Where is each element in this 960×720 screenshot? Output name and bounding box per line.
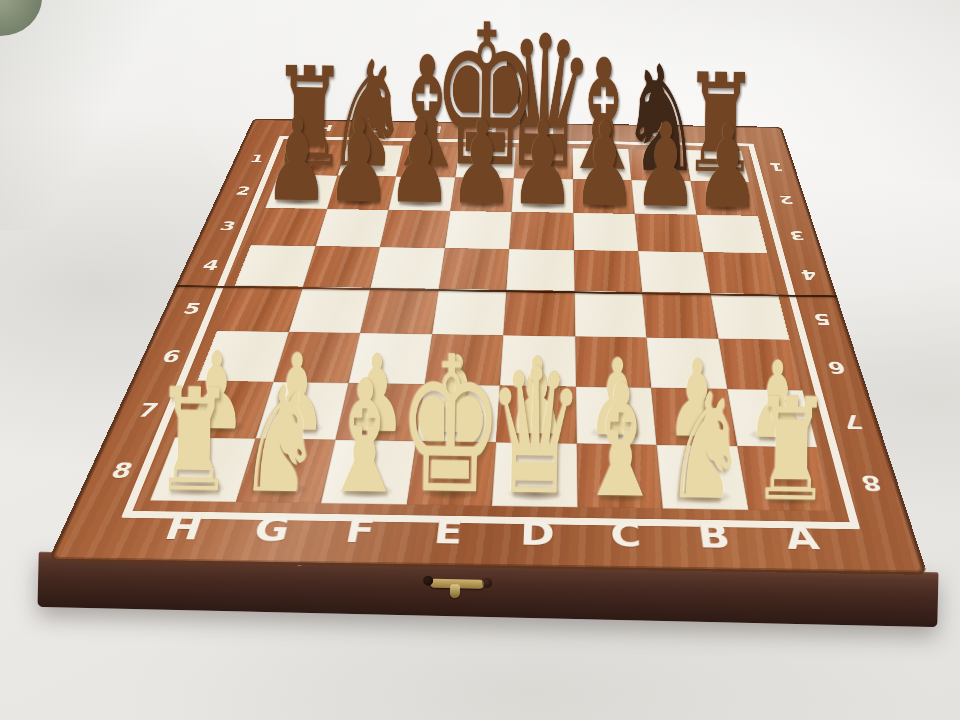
square-H3 [251, 208, 327, 246]
file-label-bottom-B: B [688, 520, 741, 552]
square-E4 [438, 248, 509, 290]
light-king-E8: ♚ [397, 348, 504, 504]
square-D2: ♟ [512, 178, 574, 213]
rank-label-left-3: 3 [209, 220, 246, 233]
file-label-top-B: B [642, 128, 673, 138]
square-B2: ♟ [631, 180, 696, 215]
perspective-scene: ♜♞♝♚♛♝♞♜♟♟♟♟♟♟♟♟♟♟♟♟♟♟♟♟♜♞♝♚♛♝♞♜ HHGGFFE… [0, 0, 960, 720]
light-knight-G8: ♞ [238, 380, 321, 501]
square-A4 [703, 252, 778, 294]
rank-label-right-5: 5 [802, 311, 842, 327]
square-A5 [710, 293, 790, 340]
square-A2: ♟ [690, 181, 758, 216]
file-label-top-E: E [475, 125, 506, 134]
square-G2: ♟ [327, 175, 396, 210]
rank-label-left-2: 2 [225, 185, 260, 197]
square-B5 [642, 292, 718, 338]
light-bishop-F8: ♝ [321, 374, 409, 503]
square-B8: ♞ [657, 445, 749, 510]
rank-label-left-6: 6 [149, 348, 194, 365]
file-label-top-D: D [531, 126, 561, 135]
rank-label-right-4: 4 [790, 268, 828, 282]
square-F4 [371, 247, 445, 289]
square-F8: ♝ [321, 440, 416, 505]
square-A8: ♜ [737, 446, 834, 511]
rank-label-right-7: 7 [830, 412, 875, 432]
file-label-bottom-C: C [601, 519, 651, 551]
square-C3 [573, 213, 638, 251]
square-A3 [696, 215, 767, 253]
rank-label-right-3: 3 [779, 229, 815, 242]
file-label-top-H: H [308, 123, 341, 132]
photo-backdrop: ♜♞♝♚♛♝♞♜♟♟♟♟♟♟♟♟♟♟♟♟♟♟♟♟♜♞♝♚♛♝♞♜ HHGGFFE… [0, 0, 960, 720]
square-C8: ♝ [576, 443, 662, 508]
board-tilt-plane: ♜♞♝♚♛♝♞♜♟♟♟♟♟♟♟♟♟♟♟♟♟♟♟♟♜♞♝♚♛♝♞♜ HHGGFFE… [48, 119, 928, 575]
file-label-bottom-E: E [423, 516, 474, 548]
file-label-bottom-D: D [512, 518, 561, 550]
square-D3 [509, 212, 574, 250]
file-label-top-A: A [697, 129, 729, 139]
rank-label-left-7: 7 [124, 401, 172, 420]
rank-label-right-6: 6 [815, 358, 858, 375]
rank-label-right-8: 8 [847, 472, 896, 494]
square-B3 [635, 214, 703, 252]
file-label-bottom-F: F [333, 515, 387, 547]
file-label-bottom-A: A [775, 522, 830, 555]
square-F2: ♟ [388, 176, 455, 211]
square-E3 [444, 211, 511, 249]
square-G3 [315, 209, 388, 247]
rank-label-left-4: 4 [191, 258, 231, 272]
file-label-top-F: F [420, 125, 452, 134]
rank-label-left-8: 8 [96, 460, 147, 482]
square-E8: ♚ [406, 441, 496, 506]
square-C4 [574, 250, 642, 292]
rank-label-right-1: 1 [760, 161, 792, 172]
square-D4 [506, 249, 574, 291]
square-G4 [303, 246, 380, 288]
rank-label-left-5: 5 [171, 301, 213, 317]
light-knight-B8: ♞ [665, 387, 748, 508]
file-label-bottom-G: G [243, 514, 300, 546]
file-label-top-C: C [587, 127, 618, 137]
square-B4 [638, 251, 710, 293]
chess-board: ♜♞♝♚♛♝♞♜♟♟♟♟♟♟♟♟♟♟♟♟♟♟♟♟♜♞♝♚♛♝♞♜ HHGGFFE… [48, 119, 928, 575]
light-bishop-C8: ♝ [577, 378, 665, 507]
rank-label-right-2: 2 [769, 194, 803, 206]
light-rook-H8: ♜ [154, 382, 234, 499]
square-C2: ♟ [573, 179, 635, 214]
file-label-top-G: G [364, 124, 397, 133]
square-D8: ♛ [492, 442, 577, 507]
rank-label-left-1: 1 [240, 153, 274, 164]
square-F3 [380, 210, 450, 248]
square-G5 [289, 287, 371, 333]
light-rook-A8: ♜ [751, 392, 831, 509]
square-E2: ♟ [450, 177, 514, 212]
board-rotation-wrapper: ♜♞♝♚♛♝♞♜♟♟♟♟♟♟♟♟♟♟♟♟♟♟♟♟♜♞♝♚♛♝♞♜ HHGGFFE… [0, 0, 960, 720]
